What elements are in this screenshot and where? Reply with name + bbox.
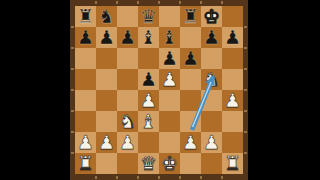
frame-tick-left xyxy=(71,47,74,49)
piece-black-pawn[interactable]: ♟ xyxy=(138,69,159,90)
square-f5[interactable] xyxy=(180,69,201,90)
video-frame: ♜♞♛♜♚♟♟♟♝♝♟♟♟♟♟♟♞♟♟♞♝♟♟♟♟♟♜♛♚♜ xyxy=(0,0,320,180)
square-b5[interactable] xyxy=(96,69,117,90)
frame-tick-right xyxy=(244,47,247,49)
frame-tick-bottom xyxy=(137,176,139,179)
frame-tick-left xyxy=(71,131,74,133)
square-c4[interactable] xyxy=(117,90,138,111)
frame-tick-bottom xyxy=(158,176,160,179)
square-c8[interactable] xyxy=(117,6,138,27)
square-b2[interactable]: ♟ xyxy=(96,132,117,153)
piece-black-king[interactable]: ♚ xyxy=(201,6,222,27)
piece-white-knight[interactable]: ♞ xyxy=(117,111,138,132)
square-f3[interactable] xyxy=(180,111,201,132)
square-f8[interactable]: ♜ xyxy=(180,6,201,27)
piece-white-knight[interactable]: ♞ xyxy=(201,69,222,90)
piece-black-knight[interactable]: ♞ xyxy=(96,6,117,27)
square-c5[interactable] xyxy=(117,69,138,90)
square-e7[interactable]: ♝ xyxy=(159,27,180,48)
square-a3[interactable] xyxy=(75,111,96,132)
frame-tick-bottom xyxy=(116,176,118,179)
piece-white-queen[interactable]: ♛ xyxy=(138,153,159,174)
square-e1[interactable]: ♚ xyxy=(159,153,180,174)
frame-tick-top xyxy=(95,1,97,4)
piece-white-rook[interactable]: ♜ xyxy=(75,153,96,174)
piece-black-bishop[interactable]: ♝ xyxy=(159,27,180,48)
frame-tick-right xyxy=(244,68,247,70)
square-a6[interactable] xyxy=(75,48,96,69)
square-b7[interactable]: ♟ xyxy=(96,27,117,48)
frame-tick-bottom xyxy=(200,176,202,179)
square-c2[interactable]: ♟ xyxy=(117,132,138,153)
square-a2[interactable]: ♟ xyxy=(75,132,96,153)
square-d2[interactable] xyxy=(138,132,159,153)
piece-black-pawn[interactable]: ♟ xyxy=(117,27,138,48)
square-a7[interactable]: ♟ xyxy=(75,27,96,48)
frame-tick-right xyxy=(244,89,247,91)
square-d4[interactable]: ♟ xyxy=(138,90,159,111)
piece-black-pawn[interactable]: ♟ xyxy=(180,48,201,69)
square-a1[interactable]: ♜ xyxy=(75,153,96,174)
frame-tick-bottom xyxy=(179,176,181,179)
frame-tick-left xyxy=(71,152,74,154)
piece-black-pawn[interactable]: ♟ xyxy=(75,27,96,48)
square-f1[interactable] xyxy=(180,153,201,174)
square-h7[interactable]: ♟ xyxy=(222,27,243,48)
piece-black-rook[interactable]: ♜ xyxy=(180,6,201,27)
frame-tick-right xyxy=(244,110,247,112)
square-f4[interactable] xyxy=(180,90,201,111)
square-e2[interactable] xyxy=(159,132,180,153)
piece-black-rook[interactable]: ♜ xyxy=(75,6,96,27)
square-f7[interactable] xyxy=(180,27,201,48)
frame-tick-top xyxy=(116,1,118,4)
piece-white-king[interactable]: ♚ xyxy=(159,153,180,174)
square-c6[interactable] xyxy=(117,48,138,69)
piece-black-pawn[interactable]: ♟ xyxy=(96,27,117,48)
frame-tick-top xyxy=(221,1,223,4)
piece-white-pawn[interactable]: ♟ xyxy=(75,132,96,153)
square-h6[interactable] xyxy=(222,48,243,69)
square-e8[interactable] xyxy=(159,6,180,27)
piece-black-queen[interactable]: ♛ xyxy=(138,6,159,27)
piece-black-bishop[interactable]: ♝ xyxy=(138,27,159,48)
square-h2[interactable] xyxy=(222,132,243,153)
square-g2[interactable]: ♟ xyxy=(201,132,222,153)
piece-white-pawn[interactable]: ♟ xyxy=(180,132,201,153)
square-f6[interactable]: ♟ xyxy=(180,48,201,69)
piece-white-pawn[interactable]: ♟ xyxy=(222,90,243,111)
square-d7[interactable]: ♝ xyxy=(138,27,159,48)
square-h5[interactable] xyxy=(222,69,243,90)
square-g5[interactable]: ♞ xyxy=(201,69,222,90)
piece-white-rook[interactable]: ♜ xyxy=(222,153,243,174)
square-a5[interactable] xyxy=(75,69,96,90)
frame-tick-top xyxy=(158,1,160,4)
piece-white-bishop[interactable]: ♝ xyxy=(138,111,159,132)
frame-tick-left xyxy=(71,110,74,112)
square-d5[interactable]: ♟ xyxy=(138,69,159,90)
square-e4[interactable] xyxy=(159,90,180,111)
letterbox-right xyxy=(248,0,320,180)
square-g3[interactable] xyxy=(201,111,222,132)
frame-tick-top xyxy=(179,1,181,4)
square-a8[interactable]: ♜ xyxy=(75,6,96,27)
frame-tick-bottom xyxy=(95,176,97,179)
letterbox-left xyxy=(0,0,70,180)
frame-tick-right xyxy=(244,131,247,133)
frame-tick-left xyxy=(71,26,74,28)
piece-white-pawn[interactable]: ♟ xyxy=(96,132,117,153)
square-b6[interactable] xyxy=(96,48,117,69)
piece-white-pawn[interactable]: ♟ xyxy=(201,132,222,153)
square-g6[interactable] xyxy=(201,48,222,69)
frame-tick-right xyxy=(244,152,247,154)
piece-black-pawn[interactable]: ♟ xyxy=(222,27,243,48)
frame-tick-left xyxy=(71,89,74,91)
square-b3[interactable] xyxy=(96,111,117,132)
square-d3[interactable]: ♝ xyxy=(138,111,159,132)
piece-white-pawn[interactable]: ♟ xyxy=(117,132,138,153)
square-e5[interactable]: ♟ xyxy=(159,69,180,90)
square-h8[interactable] xyxy=(222,6,243,27)
square-e6[interactable]: ♟ xyxy=(159,48,180,69)
piece-white-pawn[interactable]: ♟ xyxy=(138,90,159,111)
frame-tick-top xyxy=(200,1,202,4)
square-b1[interactable] xyxy=(96,153,117,174)
chess-board: ♜♞♛♜♚♟♟♟♝♝♟♟♟♟♟♟♞♟♟♞♝♟♟♟♟♟♜♛♚♜ xyxy=(70,0,248,180)
piece-black-pawn[interactable]: ♟ xyxy=(159,48,180,69)
square-h1[interactable]: ♜ xyxy=(222,153,243,174)
piece-white-pawn[interactable]: ♟ xyxy=(159,69,180,90)
square-c7[interactable]: ♟ xyxy=(117,27,138,48)
square-c3[interactable]: ♞ xyxy=(117,111,138,132)
frame-tick-left xyxy=(71,68,74,70)
square-g1[interactable] xyxy=(201,153,222,174)
frame-tick-top xyxy=(137,1,139,4)
square-f2[interactable]: ♟ xyxy=(180,132,201,153)
square-d8[interactable]: ♛ xyxy=(138,6,159,27)
square-h3[interactable] xyxy=(222,111,243,132)
square-g8[interactable]: ♚ xyxy=(201,6,222,27)
square-e3[interactable] xyxy=(159,111,180,132)
square-d6[interactable] xyxy=(138,48,159,69)
square-g4[interactable] xyxy=(201,90,222,111)
frame-tick-right xyxy=(244,26,247,28)
square-h4[interactable]: ♟ xyxy=(222,90,243,111)
frame-tick-bottom xyxy=(221,176,223,179)
square-d1[interactable]: ♛ xyxy=(138,153,159,174)
board-grid: ♜♞♛♜♚♟♟♟♝♝♟♟♟♟♟♟♞♟♟♞♝♟♟♟♟♟♜♛♚♜ xyxy=(75,6,243,174)
square-c1[interactable] xyxy=(117,153,138,174)
square-a4[interactable] xyxy=(75,90,96,111)
square-b4[interactable] xyxy=(96,90,117,111)
piece-black-pawn[interactable]: ♟ xyxy=(201,27,222,48)
square-g7[interactable]: ♟ xyxy=(201,27,222,48)
square-b8[interactable]: ♞ xyxy=(96,6,117,27)
